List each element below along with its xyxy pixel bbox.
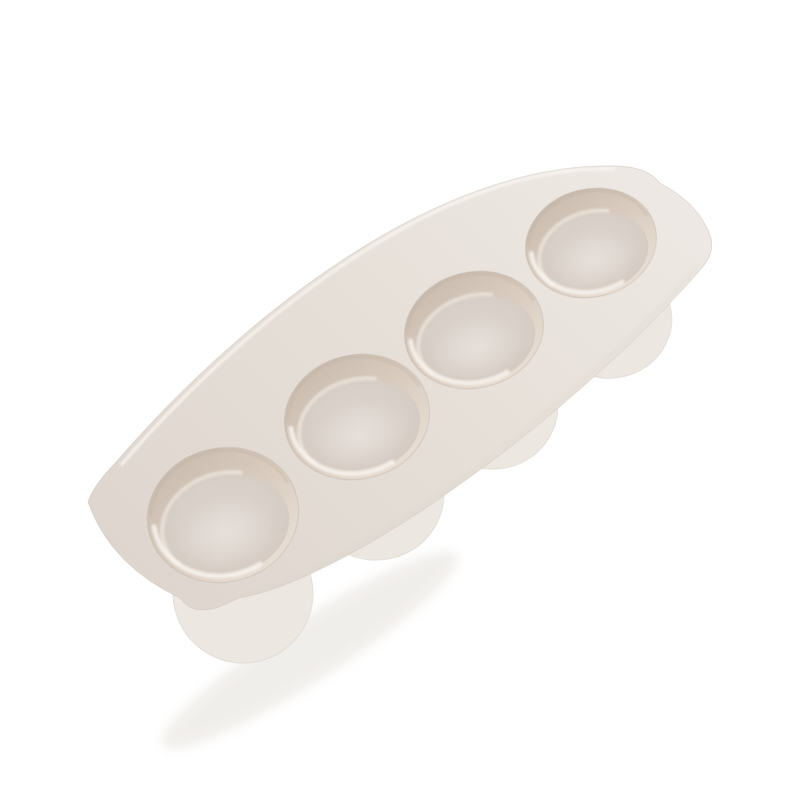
product-photo <box>0 0 800 800</box>
silicone-mold-photo <box>0 0 800 800</box>
